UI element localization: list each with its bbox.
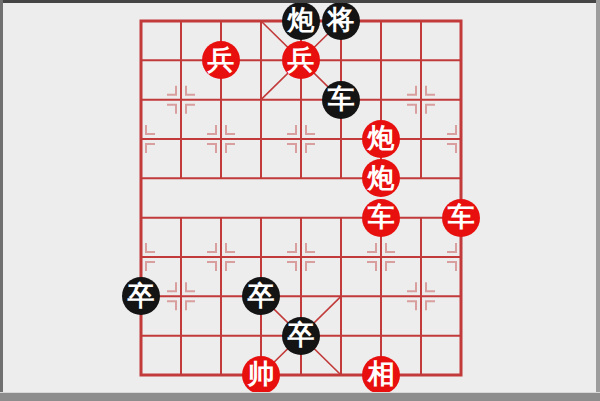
- window-frame-bottom: [0, 392, 600, 401]
- board-intersection: 炮: [281, 1, 321, 40]
- board-intersection: 兵: [281, 41, 321, 80]
- piece-black-chariot[interactable]: 车: [322, 81, 360, 119]
- board-intersection: 卒: [281, 316, 321, 355]
- window-frame-left: [0, 0, 3, 401]
- board-intersection: 卒: [241, 277, 281, 316]
- piece-black-soldier[interactable]: 卒: [242, 277, 280, 315]
- piece-black-general[interactable]: 将: [322, 2, 360, 40]
- board-intersection: 车: [361, 198, 401, 237]
- piece-red-general[interactable]: 帅: [242, 356, 280, 394]
- piece-red-chariot[interactable]: 车: [442, 199, 480, 237]
- window-frame-right: [596, 0, 600, 401]
- piece-red-soldier[interactable]: 兵: [282, 41, 320, 79]
- piece-black-soldier[interactable]: 卒: [122, 277, 160, 315]
- board-intersection: 卒: [121, 277, 161, 316]
- board-intersection: 相: [361, 355, 401, 394]
- board-intersection: 炮: [361, 159, 401, 198]
- board-intersection: 兵: [201, 41, 241, 80]
- board-intersection: 炮: [361, 119, 401, 158]
- xiangqi-app-window: 炮将兵兵车炮炮车车卒卒卒帅相: [0, 0, 600, 401]
- window-frame-top: [0, 0, 600, 3]
- piece-red-cannon[interactable]: 炮: [362, 120, 400, 158]
- piece-red-cannon[interactable]: 炮: [362, 159, 400, 197]
- board-intersection: 帅: [241, 355, 281, 394]
- board-intersection: 车: [441, 198, 481, 237]
- board-intersection: 车: [321, 80, 361, 119]
- piece-black-soldier[interactable]: 卒: [282, 317, 320, 355]
- piece-black-cannon[interactable]: 炮: [282, 2, 320, 40]
- piece-red-chariot[interactable]: 车: [362, 199, 400, 237]
- piece-red-soldier[interactable]: 兵: [202, 41, 240, 79]
- piece-red-elephant[interactable]: 相: [362, 356, 400, 394]
- board-intersection: 将: [321, 1, 361, 40]
- pieces-layer[interactable]: 炮将兵兵车炮炮车车卒卒卒帅相: [121, 1, 481, 394]
